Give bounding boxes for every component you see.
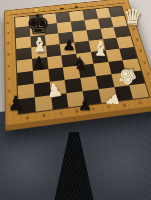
rank-labels-left: 87654321	[7, 18, 12, 113]
coordinate-label: f	[108, 105, 110, 109]
coordinate-label: 1	[8, 103, 11, 107]
coordinate-label: 1	[150, 85, 151, 89]
coordinate-label: 6	[132, 28, 135, 31]
coordinate-label: 3	[143, 61, 147, 65]
square-a1[interactable]	[18, 97, 35, 113]
coordinate-label: 4	[8, 65, 11, 69]
chess-board: abcdefgh 87654321 87654321	[4, 0, 151, 127]
coordinate-label: b	[42, 114, 45, 119]
square-b1[interactable]	[34, 95, 52, 111]
coordinate-label: d	[75, 109, 78, 114]
coordinate-label: c	[59, 111, 62, 116]
knee-gap-shadow	[54, 132, 93, 200]
coordinate-label: 5	[7, 53, 10, 57]
coordinate-label: 8	[7, 22, 9, 25]
coordinate-label: 7	[129, 18, 132, 21]
coordinate-label: 4	[139, 49, 143, 53]
coordinate-label: 7	[7, 32, 10, 35]
square-c1[interactable]	[51, 93, 69, 109]
coordinate-label: 2	[8, 90, 11, 94]
coordinate-label: 5	[136, 38, 139, 41]
chess-photo-scene: abcdefgh 87654321 87654321 ♚♝♟♟♞♝♛♚♟♟♟♟	[0, 0, 151, 200]
coordinate-label: a	[26, 116, 29, 121]
coordinate-label: g	[123, 103, 127, 107]
square-h1[interactable]	[129, 83, 149, 99]
coordinate-label: e	[92, 107, 96, 112]
coordinate-label: h	[138, 101, 142, 105]
coordinate-label: 6	[7, 42, 10, 45]
coordinate-label: 2	[146, 73, 150, 77]
coordinate-label: 3	[8, 77, 11, 81]
coordinate-label: 8	[126, 9, 129, 12]
